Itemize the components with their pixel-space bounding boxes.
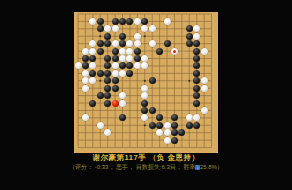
- black-stone: [82, 55, 89, 62]
- black-stone: [171, 122, 178, 129]
- analysis-text-prefix: （评分： -0.33， 恶手， 目数损失:6.3目， 胜率: [69, 164, 195, 170]
- star-point: [144, 35, 146, 37]
- white-stone: [134, 40, 141, 47]
- black-stone: [193, 100, 200, 107]
- black-stone: [134, 55, 141, 62]
- analysis-text-suffix: 25.8%）: [200, 164, 223, 170]
- black-stone: [112, 18, 119, 25]
- move-title: 谢尔豪第117手 （负 金恩持）: [0, 153, 292, 163]
- white-stone: [119, 48, 126, 55]
- white-stone: [112, 25, 119, 32]
- white-stone: [89, 48, 96, 55]
- white-stone: [201, 48, 208, 55]
- black-stone: [112, 85, 119, 92]
- black-stone: [141, 100, 148, 107]
- star-point: [188, 80, 190, 82]
- white-stone: [141, 85, 148, 92]
- white-stone: [119, 55, 126, 62]
- white-stone: [119, 100, 126, 107]
- caption-area: 谢尔豪第117手 （负 金恩持） （评分： -0.33， 恶手， 目数损失:6.…: [0, 153, 292, 171]
- black-stone: [186, 33, 193, 40]
- black-stone: [112, 48, 119, 55]
- black-stone: [119, 18, 126, 25]
- black-stone: [186, 122, 193, 129]
- white-stone: [82, 70, 89, 77]
- black-stone: [149, 107, 156, 114]
- black-stone: [89, 100, 96, 107]
- white-stone: [164, 129, 171, 136]
- white-stone: [201, 107, 208, 114]
- black-stone: [156, 122, 163, 129]
- black-stone: [171, 137, 178, 144]
- red-dot-marker: [173, 50, 176, 53]
- black-stone: [149, 122, 156, 129]
- white-stone: [112, 70, 119, 77]
- white-stone: [171, 48, 178, 55]
- move-analysis: （评分： -0.33， 恶手， 目数损失:6.3目， 胜率↓25.8%）: [0, 163, 292, 171]
- black-stone: [104, 85, 111, 92]
- black-stone: [186, 40, 193, 47]
- black-stone: [97, 18, 104, 25]
- black-stone: [119, 33, 126, 40]
- black-stone: [112, 55, 119, 62]
- star-point: [144, 124, 146, 126]
- black-stone: [97, 40, 104, 47]
- white-stone: [134, 33, 141, 40]
- app-screen: 谢尔豪第117手 （负 金恩持） （评分： -0.33， 恶手， 目数损失:6.…: [0, 0, 292, 190]
- black-stone: [193, 85, 200, 92]
- white-stone: [119, 70, 126, 77]
- white-stone: [97, 122, 104, 129]
- white-stone: [82, 85, 89, 92]
- black-stone: [149, 77, 156, 84]
- white-stone: [82, 48, 89, 55]
- black-stone: [104, 33, 111, 40]
- black-stone: [104, 70, 111, 77]
- black-stone: [156, 48, 163, 55]
- white-stone: [164, 137, 171, 144]
- star-point: [99, 80, 101, 82]
- white-stone: [201, 77, 208, 84]
- white-stone: [134, 18, 141, 25]
- white-stone: [193, 33, 200, 40]
- star-point: [99, 35, 101, 37]
- black-stone: [134, 48, 141, 55]
- black-stone: [112, 77, 119, 84]
- white-stone: [149, 40, 156, 47]
- white-stone: [75, 62, 82, 69]
- red-marked-stone: [112, 100, 119, 107]
- black-stone: [104, 100, 111, 107]
- white-stone: [164, 122, 171, 129]
- white-stone: [201, 85, 208, 92]
- black-stone: [193, 48, 200, 55]
- black-stone: [97, 70, 104, 77]
- white-stone: [149, 25, 156, 32]
- black-stone: [97, 48, 104, 55]
- black-stone: [193, 122, 200, 129]
- black-stone: [97, 92, 104, 99]
- star-point: [144, 80, 146, 82]
- white-stone: [164, 18, 171, 25]
- black-stone: [164, 40, 171, 47]
- white-stone: [112, 40, 119, 47]
- go-board[interactable]: [74, 12, 218, 153]
